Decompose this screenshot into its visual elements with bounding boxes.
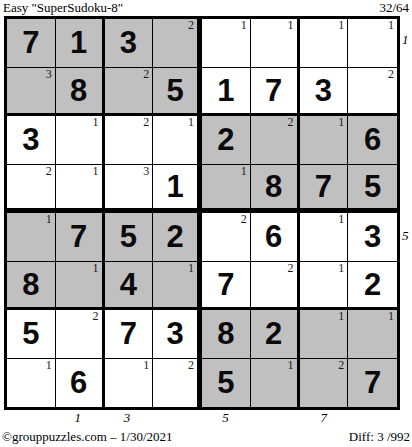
cell-r7c8[interactable]: 1 [348,310,397,359]
given-digit: 1 [217,75,234,106]
given-digit: 5 [364,171,381,202]
cell-r4c4[interactable]: 1 [153,165,202,214]
pencil-mark: 2 [388,68,394,81]
puzzle-counter: 32/64 [379,0,409,15]
pencil-mark: 2 [143,116,149,129]
given-digit: 7 [364,367,381,398]
sudoku-board: 7132111138251732312122162131187517522613… [4,16,400,410]
given-digit: 1 [70,27,87,58]
cell-r7c3[interactable]: 7 [105,310,154,359]
cell-r7c5[interactable]: 8 [202,310,251,359]
cell-r2c3[interactable]: 2 [105,68,154,117]
cell-r6c5[interactable]: 7 [202,262,251,311]
given-digit: 3 [167,318,184,349]
pencil-mark: 2 [288,116,294,129]
puzzle-title: Easy "SuperSudoku-8" [3,0,123,15]
pencil-mark: 1 [338,262,344,275]
cell-r3c7[interactable]: 1 [300,116,349,165]
cell-r4c1[interactable]: 2 [7,165,56,214]
given-digit: 3 [315,75,332,106]
pencil-mark: 2 [241,213,247,226]
given-digit: 5 [217,367,234,398]
cell-r6c1[interactable]: 8 [7,262,56,311]
cell-r4c8[interactable]: 5 [348,165,397,214]
pencil-mark: 2 [188,359,194,372]
cell-r3c4[interactable]: 1 [153,116,202,165]
pencil-mark: 2 [93,310,99,323]
cell-r2c2[interactable]: 8 [56,68,105,117]
cell-r1c4[interactable]: 2 [153,19,202,68]
cell-r4c5[interactable]: 1 [202,165,251,214]
cell-r1c2[interactable]: 1 [56,19,105,68]
pencil-mark: 1 [143,359,149,372]
pencil-mark: 2 [338,359,344,372]
given-digit: 2 [364,269,381,300]
cell-r3c2[interactable]: 1 [56,116,105,165]
given-digit: 7 [217,269,234,300]
cell-r3c6[interactable]: 2 [251,116,300,165]
pencil-mark: 1 [93,262,99,275]
cell-r7c7[interactable]: 1 [300,310,349,359]
cell-r1c3[interactable]: 3 [105,19,154,68]
cell-r3c3[interactable]: 2 [105,116,154,165]
cell-r7c4[interactable]: 3 [153,310,202,359]
pencil-mark: 1 [241,19,247,32]
cell-r5c1[interactable]: 1 [7,213,56,262]
cell-r3c1[interactable]: 3 [7,116,56,165]
row-label-1: 1 [402,33,409,47]
pencil-mark: 1 [288,19,294,32]
col-label-1: 1 [75,411,82,425]
given-digit: 3 [22,124,39,155]
cell-r7c2[interactable]: 2 [56,310,105,359]
pencil-mark: 1 [241,165,247,178]
row-label-5: 5 [402,229,409,243]
cell-r2c7[interactable]: 3 [300,68,349,117]
difficulty-text: Diff: 3 /992 [349,429,410,444]
col-label-5: 5 [222,411,229,425]
given-digit: 2 [217,124,234,155]
pencil-mark: 1 [188,116,194,129]
cell-r3c5[interactable]: 2 [202,116,251,165]
cell-r2c5[interactable]: 1 [202,68,251,117]
given-digit: 3 [120,27,137,58]
pencil-mark: 1 [93,165,99,178]
cell-r7c6[interactable]: 2 [251,310,300,359]
pencil-mark: 1 [388,19,394,32]
cell-r1c5[interactable]: 1 [202,19,251,68]
cell-r6c8[interactable]: 2 [348,262,397,311]
cell-r5c6[interactable]: 6 [251,213,300,262]
cell-r8c8[interactable]: 7 [348,359,397,408]
given-digit: 5 [167,75,184,106]
given-digit: 7 [315,171,332,202]
cell-r6c2[interactable]: 1 [56,262,105,311]
cell-r8c3[interactable]: 1 [105,359,154,408]
cell-r1c6[interactable]: 1 [251,19,300,68]
cell-r6c4[interactable]: 1 [153,262,202,311]
cell-r4c6[interactable]: 8 [251,165,300,214]
given-digit: 8 [217,318,234,349]
pencil-mark: 1 [338,310,344,323]
given-digit: 4 [120,269,137,300]
given-digit: 2 [265,318,282,349]
pencil-mark: 3 [143,165,149,178]
given-digit: 7 [70,221,87,252]
cell-r3c8[interactable]: 6 [348,116,397,165]
cell-r2c4[interactable]: 5 [153,68,202,117]
cell-r2c6[interactable]: 7 [251,68,300,117]
cell-r5c4[interactable]: 2 [153,213,202,262]
given-digit: 5 [22,318,39,349]
given-digit: 6 [70,367,87,398]
cell-r5c7[interactable]: 1 [300,213,349,262]
cell-r8c6[interactable]: 1 [251,359,300,408]
cell-r8c1[interactable]: 1 [7,359,56,408]
pencil-mark: 2 [288,262,294,275]
given-digit: 3 [364,221,381,252]
pencil-mark: 1 [338,213,344,226]
given-digit: 6 [265,221,282,252]
pencil-mark: 2 [188,19,194,32]
pencil-mark: 3 [46,68,52,81]
pencil-mark: 1 [188,262,194,275]
cell-r2c1[interactable]: 3 [7,68,56,117]
cell-r6c6[interactable]: 2 [251,262,300,311]
pencil-mark: 2 [46,165,52,178]
cell-r6c3[interactable]: 4 [105,262,154,311]
given-digit: 8 [265,171,282,202]
puzzle-page: Easy "SuperSudoku-8" 32/64 7132111138251… [0,0,412,447]
cell-r8c2[interactable]: 6 [56,359,105,408]
pencil-mark: 1 [46,213,52,226]
col-label-3: 3 [124,411,131,425]
cell-r6c7[interactable]: 1 [300,262,349,311]
cell-r5c2[interactable]: 7 [56,213,105,262]
pencil-mark: 1 [338,116,344,129]
cell-r2c8[interactable]: 2 [348,68,397,117]
copyright-text: ©grouppuzzles.com – 1/30/2021 [2,429,173,444]
cell-r1c7[interactable]: 1 [300,19,349,68]
pencil-mark: 1 [288,359,294,372]
cell-r7c1[interactable]: 5 [7,310,56,359]
cell-r5c3[interactable]: 5 [105,213,154,262]
cell-r5c8[interactable]: 3 [348,213,397,262]
cell-r8c5[interactable]: 5 [202,359,251,408]
cell-r1c8[interactable]: 1 [348,19,397,68]
given-digit: 8 [70,75,87,106]
given-digit: 7 [22,27,39,58]
given-digit: 8 [22,269,39,300]
pencil-mark: 2 [143,68,149,81]
cell-r8c7[interactable]: 2 [300,359,349,408]
pencil-mark: 1 [388,310,394,323]
cell-r4c2[interactable]: 1 [56,165,105,214]
cell-r4c3[interactable]: 3 [105,165,154,214]
cell-r5c5[interactable]: 2 [202,213,251,262]
given-digit: 2 [167,221,184,252]
given-digit: 7 [120,318,137,349]
pencil-mark: 1 [93,116,99,129]
cell-r1c1[interactable]: 7 [7,19,56,68]
cell-r8c4[interactable]: 2 [153,359,202,408]
pencil-mark: 1 [46,359,52,372]
given-digit: 1 [167,171,184,202]
cell-r4c7[interactable]: 7 [300,165,349,214]
given-digit: 5 [120,221,137,252]
given-digit: 6 [364,124,381,155]
col-label-7: 7 [321,411,328,425]
pencil-mark: 1 [338,19,344,32]
given-digit: 7 [265,75,282,106]
